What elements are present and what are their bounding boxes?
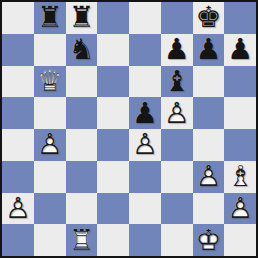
black-pawn[interactable]: ♟ xyxy=(193,34,224,65)
black-knight[interactable]: ♞ xyxy=(66,34,97,65)
square-h7[interactable]: ♟ xyxy=(224,34,256,66)
white-king[interactable]: ♚♔ xyxy=(193,225,224,256)
piece-solid-layer: ♚ xyxy=(193,2,224,33)
square-f6[interactable]: ♝ xyxy=(161,66,193,98)
square-g5[interactable] xyxy=(193,97,225,129)
piece-solid-layer: ♟ xyxy=(193,34,224,65)
square-h8[interactable] xyxy=(224,2,256,34)
square-d5[interactable] xyxy=(97,97,129,129)
square-a8[interactable] xyxy=(2,2,34,34)
square-e5[interactable]: ♟ xyxy=(129,97,161,129)
piece-outline-layer: ♙ xyxy=(225,193,256,224)
white-pawn[interactable]: ♟♙ xyxy=(34,129,65,160)
square-b7[interactable] xyxy=(34,34,66,66)
square-b2[interactable] xyxy=(34,193,66,225)
black-pawn[interactable]: ♟ xyxy=(225,34,256,65)
piece-solid-layer: ♟ xyxy=(225,34,256,65)
piece-solid-layer: ♞ xyxy=(66,34,97,65)
square-d6[interactable] xyxy=(97,66,129,98)
square-d4[interactable] xyxy=(97,129,129,161)
black-king[interactable]: ♚ xyxy=(193,2,224,33)
piece-outline-layer: ♙ xyxy=(193,161,224,192)
white-queen[interactable]: ♛♕ xyxy=(34,66,65,97)
square-d3[interactable] xyxy=(97,161,129,193)
black-pawn[interactable]: ♟ xyxy=(129,98,160,129)
square-e3[interactable] xyxy=(129,161,161,193)
square-c5[interactable] xyxy=(66,97,98,129)
square-b3[interactable] xyxy=(34,161,66,193)
square-h2[interactable]: ♟♙ xyxy=(224,193,256,225)
black-pawn[interactable]: ♟ xyxy=(161,34,192,65)
piece-outline-layer: ♖ xyxy=(66,225,97,256)
square-e8[interactable] xyxy=(129,2,161,34)
square-g2[interactable] xyxy=(193,193,225,225)
square-f1[interactable] xyxy=(161,224,193,256)
white-rook[interactable]: ♜♖ xyxy=(66,225,97,256)
square-g8[interactable]: ♚ xyxy=(193,2,225,34)
square-c2[interactable] xyxy=(66,193,98,225)
square-d1[interactable] xyxy=(97,224,129,256)
square-g7[interactable]: ♟ xyxy=(193,34,225,66)
square-h4[interactable] xyxy=(224,129,256,161)
square-b4[interactable]: ♟♙ xyxy=(34,129,66,161)
piece-solid-layer: ♟ xyxy=(129,98,160,129)
square-g4[interactable] xyxy=(193,129,225,161)
piece-solid-layer: ♟ xyxy=(161,34,192,65)
square-e7[interactable] xyxy=(129,34,161,66)
white-bishop[interactable]: ♝♗ xyxy=(225,161,256,192)
square-c4[interactable] xyxy=(66,129,98,161)
piece-outline-layer: ♙ xyxy=(129,129,160,160)
square-a6[interactable] xyxy=(2,66,34,98)
black-rook[interactable]: ♜ xyxy=(34,2,65,33)
square-d2[interactable] xyxy=(97,193,129,225)
piece-outline-layer: ♙ xyxy=(2,193,33,224)
piece-solid-layer: ♝ xyxy=(161,66,192,97)
square-d8[interactable] xyxy=(97,2,129,34)
square-e4[interactable]: ♟♙ xyxy=(129,129,161,161)
square-f2[interactable] xyxy=(161,193,193,225)
square-a7[interactable] xyxy=(2,34,34,66)
white-pawn[interactable]: ♟♙ xyxy=(129,129,160,160)
square-h6[interactable] xyxy=(224,66,256,98)
white-pawn[interactable]: ♟♙ xyxy=(2,193,33,224)
square-c3[interactable] xyxy=(66,161,98,193)
square-f3[interactable] xyxy=(161,161,193,193)
square-a2[interactable]: ♟♙ xyxy=(2,193,34,225)
square-c8[interactable]: ♜ xyxy=(66,2,98,34)
piece-outline-layer: ♗ xyxy=(225,161,256,192)
white-pawn[interactable]: ♟♙ xyxy=(225,193,256,224)
square-f4[interactable] xyxy=(161,129,193,161)
square-f8[interactable] xyxy=(161,2,193,34)
chess-board-frame: ♜♜♚♞♟♟♟♛♕♝♟♟♙♟♙♟♙♟♙♝♗♟♙♟♙♜♖♚♔ xyxy=(0,0,258,258)
square-e2[interactable] xyxy=(129,193,161,225)
piece-outline-layer: ♙ xyxy=(161,98,192,129)
black-rook[interactable]: ♜ xyxy=(66,2,97,33)
square-b8[interactable]: ♜ xyxy=(34,2,66,34)
square-h1[interactable] xyxy=(224,224,256,256)
square-a4[interactable] xyxy=(2,129,34,161)
piece-outline-layer: ♕ xyxy=(34,66,65,97)
square-c1[interactable]: ♜♖ xyxy=(66,224,98,256)
piece-outline-layer: ♔ xyxy=(193,225,224,256)
square-b6[interactable]: ♛♕ xyxy=(34,66,66,98)
black-bishop[interactable]: ♝ xyxy=(161,66,192,97)
square-f5[interactable]: ♟♙ xyxy=(161,97,193,129)
square-g1[interactable]: ♚♔ xyxy=(193,224,225,256)
square-a1[interactable] xyxy=(2,224,34,256)
square-f7[interactable]: ♟ xyxy=(161,34,193,66)
square-b1[interactable] xyxy=(34,224,66,256)
square-g6[interactable] xyxy=(193,66,225,98)
square-h5[interactable] xyxy=(224,97,256,129)
square-c6[interactable] xyxy=(66,66,98,98)
piece-solid-layer: ♜ xyxy=(34,2,65,33)
piece-outline-layer: ♙ xyxy=(34,129,65,160)
square-e1[interactable] xyxy=(129,224,161,256)
white-pawn[interactable]: ♟♙ xyxy=(161,98,192,129)
square-a3[interactable] xyxy=(2,161,34,193)
chess-board: ♜♜♚♞♟♟♟♛♕♝♟♟♙♟♙♟♙♟♙♝♗♟♙♟♙♜♖♚♔ xyxy=(2,2,256,256)
square-e6[interactable] xyxy=(129,66,161,98)
square-c7[interactable]: ♞ xyxy=(66,34,98,66)
square-a5[interactable] xyxy=(2,97,34,129)
square-h3[interactable]: ♝♗ xyxy=(224,161,256,193)
white-pawn[interactable]: ♟♙ xyxy=(193,161,224,192)
square-d7[interactable] xyxy=(97,34,129,66)
square-b5[interactable] xyxy=(34,97,66,129)
piece-solid-layer: ♜ xyxy=(66,2,97,33)
square-g3[interactable]: ♟♙ xyxy=(193,161,225,193)
